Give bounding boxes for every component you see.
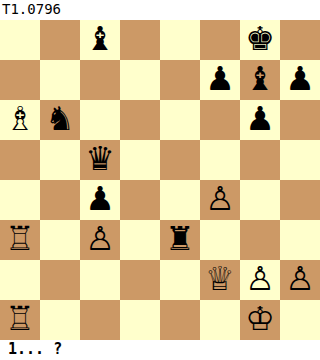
square-f7[interactable]: ♟ [200,60,240,100]
square-e7[interactable] [160,60,200,100]
square-a8[interactable] [0,20,40,60]
piece-white-king: ♔ [245,299,275,339]
square-f2[interactable]: ♕ [200,260,240,300]
square-b5[interactable] [40,140,80,180]
piece-black-pawn: ♟ [285,59,315,99]
piece-white-rook: ♖ [5,219,35,259]
square-e5[interactable] [160,140,200,180]
square-g6[interactable]: ♟ [240,100,280,140]
piece-black-pawn: ♟ [85,179,115,219]
square-c1[interactable] [80,300,120,340]
square-f3[interactable] [200,220,240,260]
square-f4[interactable]: ♙ [200,180,240,220]
square-d7[interactable] [120,60,160,100]
piece-white-queen: ♕ [205,259,235,299]
square-h4[interactable] [280,180,320,220]
square-d4[interactable] [120,180,160,220]
square-a5[interactable] [0,140,40,180]
piece-white-pawn: ♙ [245,259,275,299]
square-g2[interactable]: ♙ [240,260,280,300]
square-g3[interactable] [240,220,280,260]
square-c7[interactable] [80,60,120,100]
square-c6[interactable] [80,100,120,140]
chess-puzzle-window: T1.0796 ♝♚♟♝♟♗♞♟♛♟♙♖♙♜♕♙♙♖♔ 1... ? [0,0,320,360]
square-h7[interactable]: ♟ [280,60,320,100]
piece-black-king: ♚ [245,19,275,59]
square-e2[interactable] [160,260,200,300]
square-h8[interactable] [280,20,320,60]
square-b1[interactable] [40,300,80,340]
square-d5[interactable] [120,140,160,180]
square-e6[interactable] [160,100,200,140]
square-c2[interactable] [80,260,120,300]
piece-white-rook: ♖ [5,299,35,339]
piece-white-bishop: ♗ [5,99,35,139]
piece-black-knight: ♞ [45,99,75,139]
piece-black-rook: ♜ [165,219,195,259]
square-d6[interactable] [120,100,160,140]
square-h5[interactable] [280,140,320,180]
piece-black-bishop: ♝ [85,19,115,59]
square-a3[interactable]: ♖ [0,220,40,260]
square-g1[interactable]: ♔ [240,300,280,340]
piece-black-pawn: ♟ [245,99,275,139]
square-c8[interactable]: ♝ [80,20,120,60]
square-a1[interactable]: ♖ [0,300,40,340]
square-g4[interactable] [240,180,280,220]
square-g5[interactable] [240,140,280,180]
square-b7[interactable] [40,60,80,100]
square-b4[interactable] [40,180,80,220]
square-a4[interactable] [0,180,40,220]
square-g7[interactable]: ♝ [240,60,280,100]
square-a7[interactable] [0,60,40,100]
square-c5[interactable]: ♛ [80,140,120,180]
square-b6[interactable]: ♞ [40,100,80,140]
piece-white-pawn: ♙ [285,259,315,299]
move-prompt: 1... ? [8,340,62,360]
square-c4[interactable]: ♟ [80,180,120,220]
square-e1[interactable] [160,300,200,340]
square-e4[interactable] [160,180,200,220]
piece-white-pawn: ♙ [85,219,115,259]
piece-white-pawn: ♙ [205,179,235,219]
square-a2[interactable] [0,260,40,300]
square-h6[interactable] [280,100,320,140]
square-a6[interactable]: ♗ [0,100,40,140]
piece-black-bishop: ♝ [245,59,275,99]
square-b2[interactable] [40,260,80,300]
puzzle-title: T1.0796 [2,0,61,20]
square-e3[interactable]: ♜ [160,220,200,260]
square-h3[interactable] [280,220,320,260]
square-g8[interactable]: ♚ [240,20,280,60]
piece-black-queen: ♛ [85,139,115,179]
square-d3[interactable] [120,220,160,260]
square-e8[interactable] [160,20,200,60]
square-f1[interactable] [200,300,240,340]
square-b3[interactable] [40,220,80,260]
square-b8[interactable] [40,20,80,60]
chess-board: ♝♚♟♝♟♗♞♟♛♟♙♖♙♜♕♙♙♖♔ [0,20,320,340]
piece-black-pawn: ♟ [205,59,235,99]
square-h2[interactable]: ♙ [280,260,320,300]
square-c3[interactable]: ♙ [80,220,120,260]
square-d1[interactable] [120,300,160,340]
square-f5[interactable] [200,140,240,180]
square-f8[interactable] [200,20,240,60]
square-d2[interactable] [120,260,160,300]
square-f6[interactable] [200,100,240,140]
square-h1[interactable] [280,300,320,340]
square-d8[interactable] [120,20,160,60]
